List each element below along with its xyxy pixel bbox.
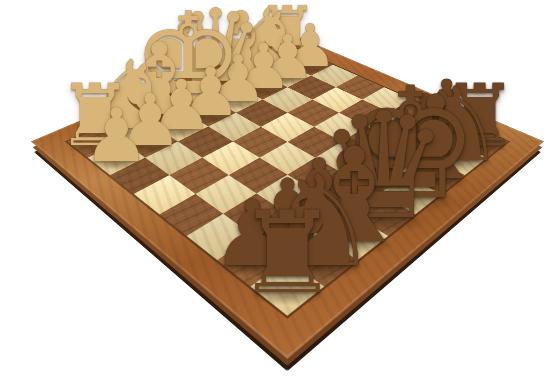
black-rook-a8[interactable]: ♜ <box>236 197 338 311</box>
white-pawn-a2[interactable]: ♟ <box>83 99 149 173</box>
chess-photo: ♜♟♞♟♝♟♛♟♚♟♝♟♟♞♜♟♟♜♞♟♟♝♟♚♟♛♟♝♟♞♟♜ <box>0 0 547 390</box>
